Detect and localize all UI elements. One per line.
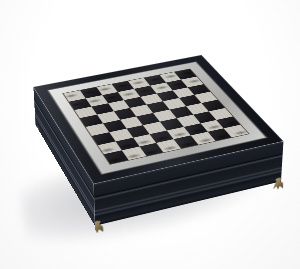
square-c8 xyxy=(96,84,118,95)
product-photo-chess-set: ♜♞♝♛♚♝♞♜♟♟♟♟♟♟♟♟♟♟♟♟♟♟♟♟♜♞♝♛♚♝♞♜ xyxy=(0,0,300,269)
square-d6 xyxy=(124,96,147,107)
square-h5 xyxy=(195,91,218,102)
square-a8 xyxy=(64,90,86,101)
square-f6 xyxy=(156,90,179,101)
scene: ♜♞♝♛♚♝♞♜♟♟♟♟♟♟♟♟♟♟♟♟♟♟♟♟♜♞♝♛♚♝♞♜ xyxy=(0,0,300,269)
brass-foot-right-icon xyxy=(273,176,284,190)
square-h6 xyxy=(188,84,211,95)
square-h7 xyxy=(181,76,203,87)
square-g7 xyxy=(165,79,187,90)
square-e8 xyxy=(128,78,150,89)
square-f7 xyxy=(150,82,172,93)
square-g6 xyxy=(172,87,195,98)
brass-foot-left-icon xyxy=(37,123,40,140)
square-c6 xyxy=(108,99,131,111)
square-d8 xyxy=(112,81,134,92)
square-f8 xyxy=(144,75,166,86)
square-e7 xyxy=(134,85,156,96)
square-e6 xyxy=(140,93,163,104)
square-b7 xyxy=(85,95,107,106)
square-d7 xyxy=(118,88,140,99)
square-a7 xyxy=(69,98,91,109)
square-g8 xyxy=(159,72,181,82)
square-b8 xyxy=(80,87,102,98)
chess-box: ♜♞♝♛♚♝♞♜♟♟♟♟♟♟♟♟♟♟♟♟♟♟♟♟♜♞♝♛♚♝♞♜ xyxy=(33,55,283,184)
square-c7 xyxy=(102,91,124,102)
square-h8 xyxy=(174,69,196,79)
